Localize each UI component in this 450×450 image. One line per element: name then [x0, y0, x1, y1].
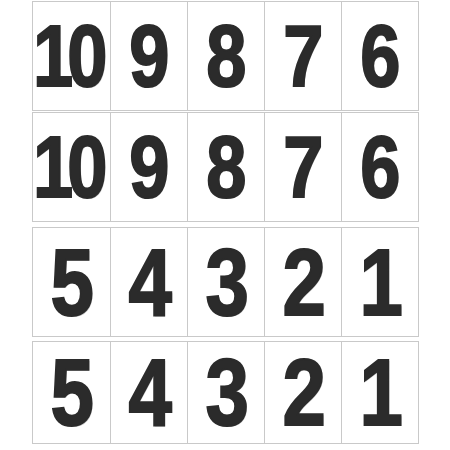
card-number: 4 [128, 345, 170, 440]
number-card: 9 [110, 113, 187, 221]
card-number: 1 [359, 345, 401, 440]
card-number: 10 [33, 12, 102, 100]
card-number: 7 [284, 123, 323, 211]
card-number: 4 [128, 235, 170, 330]
card-row-3: 5 4 3 2 1 [32, 227, 419, 337]
number-card: 2 [264, 342, 341, 443]
number-card: 3 [187, 342, 264, 443]
card-number: 10 [33, 123, 102, 211]
number-card: 6 [341, 113, 418, 221]
number-card: 4 [110, 228, 187, 336]
number-card: 10 [33, 113, 110, 221]
number-card: 2 [264, 228, 341, 336]
card-number: 8 [207, 123, 246, 211]
card-number: 7 [284, 12, 323, 100]
number-card-sheet: 10 9 8 7 6 10 9 8 7 6 5 4 3 2 1 5 4 3 2 … [32, 1, 419, 445]
number-card: 1 [341, 228, 418, 336]
card-number: 9 [130, 123, 169, 211]
number-card: 7 [264, 2, 341, 110]
number-card: 1 [341, 342, 418, 443]
number-card: 9 [110, 2, 187, 110]
card-number: 2 [282, 345, 324, 440]
number-card: 5 [33, 228, 110, 336]
card-number: 6 [361, 123, 400, 211]
card-row-4: 5 4 3 2 1 [32, 341, 419, 444]
card-number: 6 [361, 12, 400, 100]
number-card: 8 [187, 2, 264, 110]
number-card: 5 [33, 342, 110, 443]
number-card: 10 [33, 2, 110, 110]
card-number: 5 [51, 345, 93, 440]
card-number: 2 [282, 235, 324, 330]
card-number: 5 [51, 235, 93, 330]
number-card: 6 [341, 2, 418, 110]
number-card: 7 [264, 113, 341, 221]
number-card: 3 [187, 228, 264, 336]
card-row-2: 10 9 8 7 6 [32, 112, 419, 222]
card-number: 3 [205, 345, 247, 440]
card-row-1: 10 9 8 7 6 [32, 1, 419, 111]
number-card: 8 [187, 113, 264, 221]
card-number: 1 [359, 235, 401, 330]
card-number: 3 [205, 235, 247, 330]
number-card: 4 [110, 342, 187, 443]
card-number: 9 [130, 12, 169, 100]
card-number: 8 [207, 12, 246, 100]
